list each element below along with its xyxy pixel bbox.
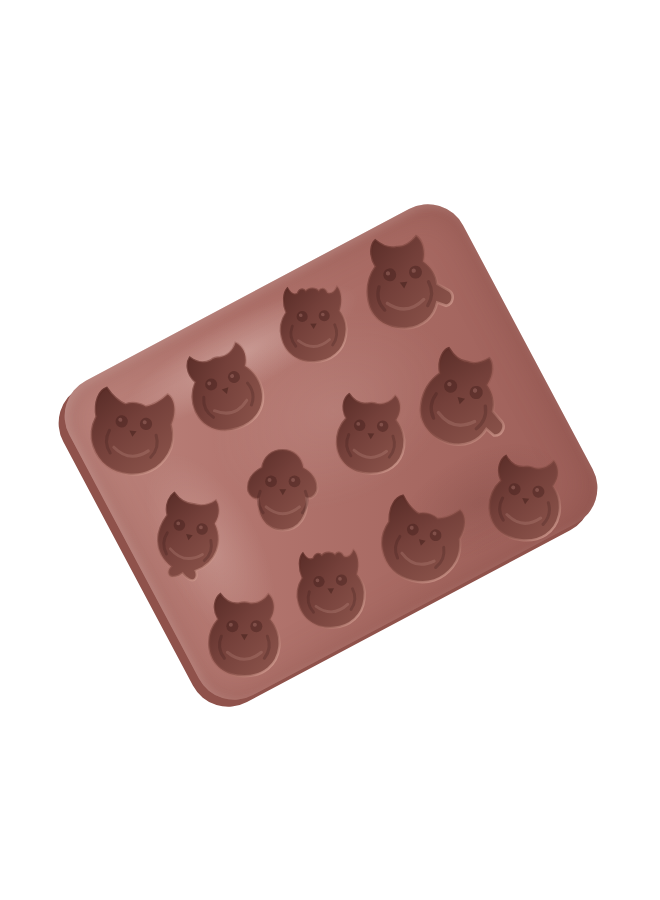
owl-cavity-3-owl-crowned xyxy=(266,278,361,373)
owl-cavity-5-owl-with-feet xyxy=(133,481,244,592)
owl-embossed-detail xyxy=(250,620,262,632)
product-photo xyxy=(0,0,660,900)
owl-cavity-1-owl-round-face xyxy=(77,377,189,489)
owl-cavity-silhouette xyxy=(362,233,455,332)
owl-cavity-silhouette xyxy=(413,345,519,455)
owl-embossed-detail xyxy=(229,623,233,627)
owl-embossed-detail xyxy=(291,478,295,482)
owl-cavity-12-owl-tufted xyxy=(471,445,581,555)
owl-cavity-6-owl-open-wings xyxy=(234,442,332,540)
owl-embossed-detail xyxy=(253,623,257,627)
owl-embossed-detail xyxy=(226,620,238,632)
owl-embossed-detail xyxy=(265,476,277,488)
owl-cavity-9-owl-tufted xyxy=(194,586,294,686)
owl-embossed-detail xyxy=(268,478,272,482)
owl-cavity-4-owl-side-wing xyxy=(344,225,463,344)
owl-cavity-10-owl-crowned xyxy=(281,540,381,640)
silicone-owl-mold xyxy=(51,190,612,714)
owl-embossed-detail xyxy=(289,476,301,488)
